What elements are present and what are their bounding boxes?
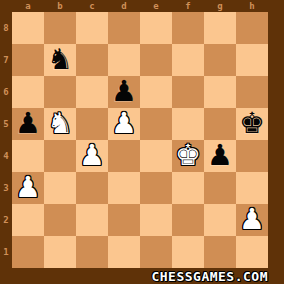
file-label-e: e	[140, 0, 172, 12]
file-label-c: c	[76, 0, 108, 12]
piece-black-pawn-a5: ♟	[15, 109, 41, 138]
square-a2	[12, 204, 44, 236]
rank-label-3: 3	[0, 172, 12, 204]
rank-label-7: 7	[0, 44, 12, 76]
file-label-b: b	[44, 0, 76, 12]
square-b3	[44, 172, 76, 204]
chess-diagram: abcdefgh 87654321 ♞♟♟♞♟♚♟♚♟♟♟ CHESSGAMES…	[0, 0, 284, 284]
square-g6	[204, 76, 236, 108]
square-g4: ♟	[204, 140, 236, 172]
square-h4	[236, 140, 268, 172]
square-b6	[44, 76, 76, 108]
brand-bar: CHESSGAMES.COM	[0, 268, 284, 284]
square-e3	[140, 172, 172, 204]
square-f6	[172, 76, 204, 108]
rank-label-8: 8	[0, 12, 12, 44]
square-h8	[236, 12, 268, 44]
chess-board: ♞♟♟♞♟♚♟♚♟♟♟	[12, 12, 268, 268]
square-c8	[76, 12, 108, 44]
square-a5: ♟	[12, 108, 44, 140]
square-a3: ♟	[12, 172, 44, 204]
piece-white-knight-b5: ♞	[47, 109, 73, 138]
rank-label-1: 1	[0, 236, 12, 268]
square-c7	[76, 44, 108, 76]
square-f2	[172, 204, 204, 236]
square-f4: ♚	[172, 140, 204, 172]
square-h6	[236, 76, 268, 108]
file-label-h: h	[236, 0, 268, 12]
square-g5	[204, 108, 236, 140]
piece-black-pawn-g4: ♟	[207, 141, 233, 170]
square-d8	[108, 12, 140, 44]
square-g1	[204, 236, 236, 268]
square-d3	[108, 172, 140, 204]
square-d4	[108, 140, 140, 172]
square-e5	[140, 108, 172, 140]
square-d5: ♟	[108, 108, 140, 140]
square-a4	[12, 140, 44, 172]
square-a1	[12, 236, 44, 268]
square-f5	[172, 108, 204, 140]
file-labels: abcdefgh	[12, 0, 268, 12]
file-label-g: g	[204, 0, 236, 12]
square-b8	[44, 12, 76, 44]
chessgames-logo-text: CHESSGAMES.COM	[151, 269, 268, 284]
square-b5: ♞	[44, 108, 76, 140]
square-b7: ♞	[44, 44, 76, 76]
square-g2	[204, 204, 236, 236]
piece-black-pawn-d6: ♟	[111, 77, 137, 106]
square-e2	[140, 204, 172, 236]
square-g7	[204, 44, 236, 76]
square-h3	[236, 172, 268, 204]
rank-label-4: 4	[0, 140, 12, 172]
file-label-f: f	[172, 0, 204, 12]
square-e4	[140, 140, 172, 172]
file-label-a: a	[12, 0, 44, 12]
square-c1	[76, 236, 108, 268]
file-label-d: d	[108, 0, 140, 12]
square-b4	[44, 140, 76, 172]
piece-white-pawn-a3: ♟	[15, 173, 41, 202]
square-d2	[108, 204, 140, 236]
square-c3	[76, 172, 108, 204]
square-c2	[76, 204, 108, 236]
square-d6: ♟	[108, 76, 140, 108]
rank-labels: 87654321	[0, 12, 12, 268]
piece-white-pawn-d5: ♟	[111, 109, 137, 138]
square-d7	[108, 44, 140, 76]
square-h5: ♚	[236, 108, 268, 140]
square-f8	[172, 12, 204, 44]
square-e1	[140, 236, 172, 268]
square-a8	[12, 12, 44, 44]
square-g8	[204, 12, 236, 44]
square-a6	[12, 76, 44, 108]
square-g3	[204, 172, 236, 204]
square-d1	[108, 236, 140, 268]
square-b1	[44, 236, 76, 268]
rank-label-6: 6	[0, 76, 12, 108]
piece-white-pawn-c4: ♟	[79, 141, 105, 170]
square-h2: ♟	[236, 204, 268, 236]
square-h7	[236, 44, 268, 76]
square-e7	[140, 44, 172, 76]
piece-black-king-h5: ♚	[239, 109, 265, 138]
square-h1	[236, 236, 268, 268]
square-e8	[140, 12, 172, 44]
square-e6	[140, 76, 172, 108]
piece-black-knight-b7: ♞	[47, 45, 73, 74]
square-b2	[44, 204, 76, 236]
piece-white-pawn-h2: ♟	[239, 205, 265, 234]
square-f7	[172, 44, 204, 76]
piece-white-king-f4: ♚	[175, 141, 201, 170]
square-c5	[76, 108, 108, 140]
rank-label-2: 2	[0, 204, 12, 236]
square-f3	[172, 172, 204, 204]
square-a7	[12, 44, 44, 76]
square-f1	[172, 236, 204, 268]
rank-label-5: 5	[0, 108, 12, 140]
square-c4: ♟	[76, 140, 108, 172]
square-c6	[76, 76, 108, 108]
